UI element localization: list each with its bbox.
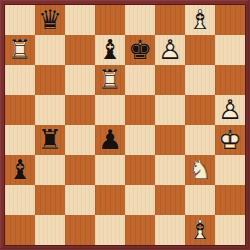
square-e8[interactable] (125, 5, 155, 35)
square-g7[interactable] (185, 35, 215, 65)
square-a6[interactable] (5, 65, 35, 95)
square-b2[interactable] (35, 185, 65, 215)
square-c4[interactable] (65, 125, 95, 155)
square-c5[interactable] (65, 95, 95, 125)
square-a8[interactable] (5, 5, 35, 35)
chess-board: ♛︎♝︎♗︎♜︎♖︎♝︎♚︎♟︎♙︎♜︎♖︎♟︎♙︎♜︎♟︎♚︎♔︎♝︎♞︎♘︎… (5, 5, 245, 245)
square-b5[interactable] (35, 95, 65, 125)
square-d8[interactable] (95, 5, 125, 35)
white-knight-outline-icon: ♘︎ (185, 155, 215, 185)
square-d6[interactable]: ♜︎♖︎ (95, 65, 125, 95)
square-c3[interactable] (65, 155, 95, 185)
square-a3[interactable]: ♝︎ (5, 155, 35, 185)
square-h7[interactable] (215, 35, 245, 65)
square-c6[interactable] (65, 65, 95, 95)
square-b6[interactable] (35, 65, 65, 95)
piece-white-bishop: ♝︎ (185, 215, 215, 245)
piece-black-rook: ♜︎ (35, 125, 65, 155)
square-a4[interactable] (5, 125, 35, 155)
square-e7[interactable]: ♚︎ (125, 35, 155, 65)
board-frame: ♛︎♝︎♗︎♜︎♖︎♝︎♚︎♟︎♙︎♜︎♖︎♟︎♙︎♜︎♟︎♚︎♔︎♝︎♞︎♘︎… (0, 0, 250, 250)
square-a2[interactable] (5, 185, 35, 215)
piece-white-bishop: ♝︎ (185, 5, 215, 35)
square-g2[interactable] (185, 185, 215, 215)
square-f8[interactable] (155, 5, 185, 35)
square-e4[interactable] (125, 125, 155, 155)
square-c2[interactable] (65, 185, 95, 215)
square-c8[interactable] (65, 5, 95, 35)
square-b7[interactable] (35, 35, 65, 65)
square-d2[interactable] (95, 185, 125, 215)
piece-black-bishop: ♝︎ (95, 35, 125, 65)
square-g8[interactable]: ♝︎♗︎ (185, 5, 215, 35)
square-b1[interactable] (35, 215, 65, 245)
square-g5[interactable] (185, 95, 215, 125)
piece-white-king: ♚︎ (215, 125, 245, 155)
square-g1[interactable]: ♝︎♗︎ (185, 215, 215, 245)
square-h1[interactable] (215, 215, 245, 245)
white-bishop-outline-icon: ♗︎ (185, 5, 215, 35)
square-h8[interactable] (215, 5, 245, 35)
piece-black-bishop: ♝︎ (5, 155, 35, 185)
square-a1[interactable] (5, 215, 35, 245)
square-h4[interactable]: ♚︎♔︎ (215, 125, 245, 155)
square-f7[interactable]: ♟︎♙︎ (155, 35, 185, 65)
square-e3[interactable] (125, 155, 155, 185)
square-a7[interactable]: ♜︎♖︎ (5, 35, 35, 65)
square-f2[interactable] (155, 185, 185, 215)
square-h2[interactable] (215, 185, 245, 215)
white-pawn-outline-icon: ♙︎ (155, 35, 185, 65)
white-bishop-outline-icon: ♗︎ (185, 215, 215, 245)
square-d5[interactable] (95, 95, 125, 125)
white-pawn-outline-icon: ♙︎ (215, 95, 245, 125)
white-king-outline-icon: ♔︎ (215, 125, 245, 155)
piece-black-king: ♚︎ (125, 35, 155, 65)
square-d3[interactable] (95, 155, 125, 185)
square-d1[interactable] (95, 215, 125, 245)
square-e5[interactable] (125, 95, 155, 125)
piece-white-rook: ♜︎ (5, 35, 35, 65)
square-c7[interactable] (65, 35, 95, 65)
square-e6[interactable] (125, 65, 155, 95)
piece-white-rook: ♜︎ (95, 65, 125, 95)
square-b8[interactable]: ♛︎ (35, 5, 65, 35)
white-rook-outline-icon: ♖︎ (95, 65, 125, 95)
square-g4[interactable] (185, 125, 215, 155)
piece-black-pawn: ♟︎ (95, 125, 125, 155)
square-c1[interactable] (65, 215, 95, 245)
square-e2[interactable] (125, 185, 155, 215)
square-f1[interactable] (155, 215, 185, 245)
square-g6[interactable] (185, 65, 215, 95)
square-h5[interactable]: ♟︎♙︎ (215, 95, 245, 125)
piece-white-pawn: ♟︎ (215, 95, 245, 125)
square-f6[interactable] (155, 65, 185, 95)
square-h6[interactable] (215, 65, 245, 95)
square-g3[interactable]: ♞︎♘︎ (185, 155, 215, 185)
piece-white-pawn: ♟︎ (155, 35, 185, 65)
square-d7[interactable]: ♝︎ (95, 35, 125, 65)
square-d4[interactable]: ♟︎ (95, 125, 125, 155)
square-b3[interactable] (35, 155, 65, 185)
square-a5[interactable] (5, 95, 35, 125)
square-f5[interactable] (155, 95, 185, 125)
square-e1[interactable] (125, 215, 155, 245)
square-b4[interactable]: ♜︎ (35, 125, 65, 155)
square-f4[interactable] (155, 125, 185, 155)
square-f3[interactable] (155, 155, 185, 185)
white-rook-outline-icon: ♖︎ (5, 35, 35, 65)
piece-black-queen: ♛︎ (35, 5, 65, 35)
square-h3[interactable] (215, 155, 245, 185)
piece-white-knight: ♞︎ (185, 155, 215, 185)
